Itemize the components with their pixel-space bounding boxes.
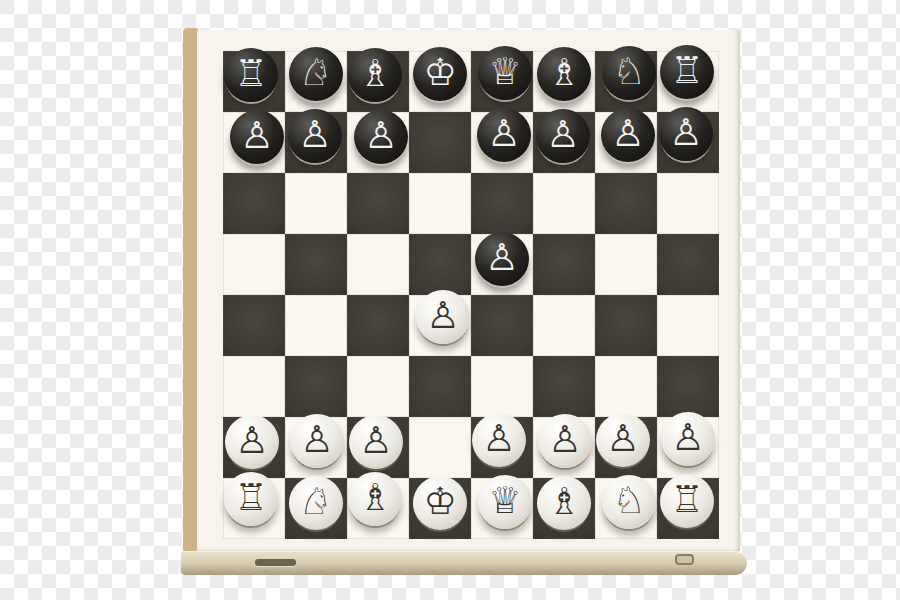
piece-white-pawn-c2[interactable]: ♙ (349, 415, 403, 469)
piece-black-pawn-c7[interactable]: ♙ (354, 110, 408, 164)
square-f2[interactable]: ♙ (533, 417, 595, 478)
square-c3[interactable] (347, 356, 409, 417)
square-a3[interactable] (223, 356, 285, 417)
square-h8[interactable]: ♖ (657, 51, 719, 112)
square-g7[interactable]: ♙ (595, 112, 657, 173)
square-f6[interactable] (533, 173, 595, 234)
square-g8[interactable]: ♘ (595, 51, 657, 112)
black-bishop-icon: ♗ (358, 55, 391, 92)
white-pawn-icon: ♙ (426, 297, 459, 334)
black-pawn-icon: ♙ (669, 114, 702, 151)
piece-white-king-d1[interactable]: ♔ (413, 476, 467, 530)
square-b4[interactable] (285, 295, 347, 356)
square-a1[interactable]: ♖ (223, 478, 285, 539)
black-pawn-icon: ♙ (487, 115, 520, 152)
square-d5[interactable] (409, 234, 471, 295)
square-g3[interactable] (595, 356, 657, 417)
piece-black-pawn-f7[interactable]: ♙ (536, 109, 590, 163)
white-knight-icon: ♘ (612, 482, 645, 519)
black-rook-icon: ♖ (670, 52, 703, 89)
black-pawn-icon: ♙ (298, 116, 331, 153)
piece-black-bishop-f8[interactable]: ♗ (537, 47, 591, 101)
square-d4[interactable]: ♙ (409, 295, 471, 356)
black-king-icon: ♔ (423, 54, 456, 91)
square-g1[interactable]: ♘ (595, 478, 657, 539)
white-knight-icon: ♘ (299, 483, 332, 520)
square-c1[interactable]: ♗ (347, 478, 409, 539)
square-h2[interactable]: ♙ (657, 417, 719, 478)
white-rook-icon: ♖ (670, 481, 703, 518)
square-e3[interactable] (471, 356, 533, 417)
piece-white-pawn-d4[interactable]: ♙ (416, 290, 470, 344)
square-a7[interactable]: ♙ (223, 112, 285, 173)
square-d8[interactable]: ♔ (409, 51, 471, 112)
square-b5[interactable] (285, 234, 347, 295)
square-h6[interactable] (657, 173, 719, 234)
square-b2[interactable]: ♙ (285, 417, 347, 478)
square-a2[interactable]: ♙ (223, 417, 285, 478)
square-c6[interactable] (347, 173, 409, 234)
square-f8[interactable]: ♗ (533, 51, 595, 112)
latch-slot-left (255, 559, 296, 566)
white-bishop-icon: ♗ (547, 483, 580, 520)
square-f5[interactable] (533, 234, 595, 295)
white-pawn-icon: ♙ (482, 420, 515, 457)
piece-white-bishop-c1[interactable]: ♗ (348, 472, 402, 526)
square-d1[interactable]: ♔ (409, 478, 471, 539)
square-h7[interactable]: ♙ (657, 112, 719, 173)
square-a6[interactable] (223, 173, 285, 234)
square-c4[interactable] (347, 295, 409, 356)
piece-white-knight-g1[interactable]: ♘ (602, 475, 656, 529)
piece-black-pawn-h7[interactable]: ♙ (659, 107, 713, 161)
black-knight-icon: ♘ (299, 54, 332, 91)
square-g2[interactable]: ♙ (595, 417, 657, 478)
piece-black-pawn-e7[interactable]: ♙ (477, 108, 531, 162)
square-b7[interactable]: ♙ (285, 112, 347, 173)
square-b1[interactable]: ♘ (285, 478, 347, 539)
square-d2[interactable] (409, 417, 471, 478)
chess-photo-canvas: ♖♘♗♔♕♗♘♖♙♙♙♙♙♙♙♙♙♙♙♙♙♙♙♙♖♘♗♔♕♗♘♖ (0, 0, 900, 600)
piece-white-knight-b1[interactable]: ♘ (289, 476, 343, 530)
piece-white-pawn-f2[interactable]: ♙ (538, 414, 592, 468)
white-queen-icon: ♕ (488, 482, 521, 519)
square-b8[interactable]: ♘ (285, 51, 347, 112)
square-f1[interactable]: ♗ (533, 478, 595, 539)
black-bishop-icon: ♗ (547, 54, 580, 91)
square-b6[interactable] (285, 173, 347, 234)
square-a8[interactable]: ♖ (223, 51, 285, 112)
square-b3[interactable] (285, 356, 347, 417)
square-e8[interactable]: ♕ (471, 51, 533, 112)
square-e2[interactable]: ♙ (471, 417, 533, 478)
white-pawn-icon: ♙ (300, 421, 333, 458)
square-h5[interactable] (657, 234, 719, 295)
square-h1[interactable]: ♖ (657, 478, 719, 539)
piece-black-knight-b8[interactable]: ♘ (289, 47, 343, 101)
black-queen-icon: ♕ (488, 53, 521, 90)
white-pawn-icon: ♙ (606, 420, 639, 457)
white-king-icon: ♔ (423, 483, 456, 520)
white-pawn-icon: ♙ (548, 421, 581, 458)
white-rook-icon: ♖ (234, 479, 267, 516)
black-rook-icon: ♖ (234, 55, 267, 92)
square-d3[interactable] (409, 356, 471, 417)
square-d7[interactable] (409, 112, 471, 173)
square-c5[interactable] (347, 234, 409, 295)
square-a4[interactable] (223, 295, 285, 356)
square-e5[interactable]: ♙ (471, 234, 533, 295)
black-pawn-icon: ♙ (240, 117, 273, 154)
piece-black-rook-h8[interactable]: ♖ (660, 45, 714, 99)
piece-white-pawn-h2[interactable]: ♙ (661, 412, 715, 466)
square-h3[interactable] (657, 356, 719, 417)
case-bottom-edge (181, 551, 747, 575)
black-knight-icon: ♘ (612, 53, 645, 90)
square-c7[interactable]: ♙ (347, 112, 409, 173)
piece-black-queen-e8[interactable]: ♕ (478, 46, 532, 100)
chess-board: ♖♘♗♔♕♗♘♖♙♙♙♙♙♙♙♙♙♙♙♙♙♙♙♙♖♘♗♔♕♗♘♖ (197, 30, 740, 552)
black-pawn-icon: ♙ (546, 116, 579, 153)
piece-white-pawn-b2[interactable]: ♙ (290, 414, 344, 468)
white-pawn-icon: ♙ (235, 422, 268, 459)
square-g5[interactable] (595, 234, 657, 295)
white-pawn-icon: ♙ (359, 422, 392, 459)
piece-white-queen-e1[interactable]: ♕ (478, 475, 532, 529)
square-e4[interactable] (471, 295, 533, 356)
square-f3[interactable] (533, 356, 595, 417)
square-h4[interactable] (657, 295, 719, 356)
white-pawn-icon: ♙ (671, 419, 704, 456)
square-g6[interactable] (595, 173, 657, 234)
squares-grid: ♖♘♗♔♕♗♘♖♙♙♙♙♙♙♙♙♙♙♙♙♙♙♙♙♖♘♗♔♕♗♘♖ (223, 51, 719, 539)
square-c8[interactable]: ♗ (347, 51, 409, 112)
square-c2[interactable]: ♙ (347, 417, 409, 478)
piece-white-bishop-f1[interactable]: ♗ (537, 476, 591, 530)
square-e1[interactable]: ♕ (471, 478, 533, 539)
piece-white-rook-a1[interactable]: ♖ (224, 472, 278, 526)
piece-white-pawn-g2[interactable]: ♙ (596, 413, 650, 467)
square-f7[interactable]: ♙ (533, 112, 595, 173)
latch-slot-right (675, 554, 694, 565)
piece-white-pawn-a2[interactable]: ♙ (225, 415, 279, 469)
piece-black-bishop-c8[interactable]: ♗ (348, 48, 402, 102)
piece-black-pawn-a7[interactable]: ♙ (230, 110, 284, 164)
piece-white-pawn-e2[interactable]: ♙ (472, 413, 526, 467)
black-pawn-icon: ♙ (611, 115, 644, 152)
piece-black-knight-g8[interactable]: ♘ (602, 46, 656, 100)
piano-hinge (183, 28, 198, 553)
square-e7[interactable]: ♙ (471, 112, 533, 173)
piece-black-king-d8[interactable]: ♔ (413, 47, 467, 101)
square-f4[interactable] (533, 295, 595, 356)
black-pawn-icon: ♙ (364, 117, 397, 154)
piece-white-rook-h1[interactable]: ♖ (660, 474, 714, 528)
square-e6[interactable] (471, 173, 533, 234)
square-g4[interactable] (595, 295, 657, 356)
piece-black-rook-a8[interactable]: ♖ (224, 48, 278, 102)
piece-black-pawn-g7[interactable]: ♙ (601, 108, 655, 162)
white-bishop-icon: ♗ (358, 479, 391, 516)
square-d6[interactable] (409, 173, 471, 234)
piece-black-pawn-b7[interactable]: ♙ (288, 109, 342, 163)
black-pawn-icon: ♙ (485, 239, 518, 276)
piece-black-pawn-e5[interactable]: ♙ (475, 232, 529, 286)
square-a5[interactable] (223, 234, 285, 295)
